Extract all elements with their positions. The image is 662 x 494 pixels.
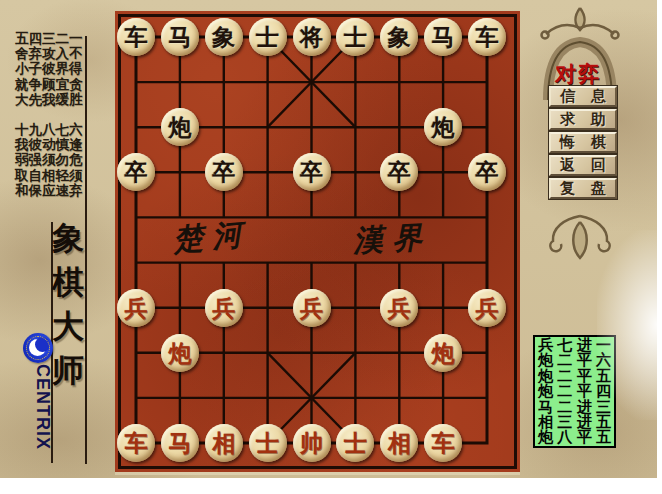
char: 悔 (560, 133, 575, 152)
mode-label-play: 对弈 (551, 60, 601, 88)
book-move-row[interactable]: 炮八平五 (538, 430, 611, 445)
undo-button[interactable]: 悔棋 (549, 132, 617, 153)
char: 舍 (15, 46, 29, 61)
rules-row: 舍弃攻入不 (15, 46, 81, 61)
menu-buttons: 信息求助悔棋返回复盘 (549, 86, 617, 201)
char: 宜 (56, 77, 70, 92)
char: 九 (29, 122, 43, 137)
piece-black-elephant[interactable]: 象 (205, 18, 243, 56)
char: 四 (29, 31, 43, 46)
piece-black-horse[interactable]: 马 (424, 18, 462, 56)
char: 先 (29, 92, 43, 107)
rules-row: 大先我缓胜 (15, 92, 81, 107)
char: 我 (42, 92, 56, 107)
char: 回 (591, 156, 606, 175)
char: 八 (557, 430, 572, 445)
piece-black-chariot[interactable]: 车 (468, 18, 506, 56)
char: 保 (29, 183, 43, 198)
piece-black-chariot[interactable]: 车 (117, 18, 155, 56)
char: 强 (29, 152, 43, 167)
centrix-logo-icon (23, 333, 53, 363)
char: 轻 (56, 168, 70, 183)
char: 五 (596, 430, 611, 445)
rules-row: 弱强须勿危 (15, 152, 81, 167)
piece-black-soldier[interactable]: 卒 (293, 153, 331, 191)
piece-black-soldier[interactable]: 卒 (205, 153, 243, 191)
char: 须 (69, 168, 83, 183)
char: 攻 (42, 46, 56, 61)
rules-row: 十九八七六 (15, 122, 81, 137)
char: 缓 (56, 92, 70, 107)
char: 界 (56, 61, 70, 76)
char: 复 (560, 179, 575, 198)
char: 自 (29, 168, 43, 183)
app-title-xiangqi-master: 象棋大师 (49, 216, 87, 392)
char: 勿 (56, 152, 70, 167)
piece-red-elephant[interactable]: 相 (205, 424, 243, 462)
char: 小 (15, 61, 29, 76)
char: 速 (56, 183, 70, 198)
char: 逢 (69, 137, 83, 152)
char: 我 (15, 137, 29, 152)
piece-red-horse[interactable]: 马 (161, 424, 199, 462)
char: 助 (591, 110, 606, 129)
char: 一 (69, 31, 83, 46)
char: 弃 (69, 183, 83, 198)
char: 危 (69, 152, 83, 167)
char: 息 (591, 87, 606, 106)
char: 五 (15, 31, 29, 46)
piece-red-chariot[interactable]: 车 (424, 424, 462, 462)
char: 子 (29, 61, 43, 76)
char: 弱 (15, 152, 29, 167)
title-char: 大 (49, 304, 87, 348)
char: 就 (15, 77, 29, 92)
char: 八 (42, 122, 56, 137)
rules-row: 五四三二一 (15, 31, 81, 46)
help-button[interactable]: 求助 (549, 109, 617, 130)
char: 炮 (538, 430, 553, 445)
info-button[interactable]: 信息 (549, 86, 617, 107)
logo-ring (26, 336, 50, 360)
rules-row: 就争顾宜贪 (15, 77, 81, 92)
piece-red-chariot[interactable]: 车 (117, 424, 155, 462)
char: 棋 (591, 133, 606, 152)
rules-block-2: 十九八七六我彼动慎逢弱强须勿危取自相轻须和保应速弃 (15, 122, 81, 198)
piece-red-soldier[interactable]: 兵 (117, 289, 155, 327)
river-label-han-jie: 漢界 (352, 217, 432, 262)
char: 不 (69, 46, 83, 61)
rules-row: 取自相轻须 (15, 168, 81, 183)
char: 胜 (69, 92, 83, 107)
piece-red-cannon[interactable]: 炮 (424, 334, 462, 372)
rules-block-1: 五四三二一舍弃攻入不小子彼界得就争顾宜贪大先我缓胜 (15, 31, 81, 107)
char: 弃 (29, 46, 43, 61)
title-char: 象 (49, 216, 87, 260)
char: 争 (29, 77, 43, 92)
xiangqi-board[interactable]: 楚河 漢界 车马象士将士象马车炮炮卒卒卒卒卒兵兵兵兵兵炮炮车马相士帅士相车 (115, 11, 520, 472)
char: 顾 (42, 77, 56, 92)
return-button[interactable]: 返回 (549, 155, 617, 176)
brand-centrix: CENTRIX (29, 364, 53, 468)
right-margin (657, 0, 662, 494)
char: 入 (56, 46, 70, 61)
char: 慎 (56, 137, 70, 152)
char: 得 (69, 61, 83, 76)
piece-black-advisor[interactable]: 士 (249, 18, 287, 56)
char: 十 (15, 122, 29, 137)
char: 贪 (69, 77, 83, 92)
piece-black-horse[interactable]: 马 (161, 18, 199, 56)
char: 二 (56, 31, 70, 46)
char: 三 (42, 31, 56, 46)
xiangqi-master-screen: 五四三二一舍弃攻入不小子彼界得就争顾宜贪大先我缓胜 十九八七六我彼动慎逢弱强须勿… (0, 0, 662, 494)
river-label-chu-he: 楚河 (171, 214, 252, 262)
title-char: 师 (49, 348, 87, 392)
char: 和 (15, 183, 29, 198)
piece-red-advisor[interactable]: 士 (249, 424, 287, 462)
char: 彼 (42, 61, 56, 76)
game-background: 五四三二一舍弃攻入不小子彼界得就争顾宜贪大先我缓胜 十九八七六我彼动慎逢弱强须勿… (0, 0, 657, 478)
mode-label-char: 弈 (578, 60, 599, 88)
char: 平 (577, 430, 592, 445)
char: 返 (560, 156, 575, 175)
char: 六 (69, 122, 83, 137)
piece-black-general[interactable]: 将 (293, 18, 331, 56)
piece-red-soldier[interactable]: 兵 (293, 289, 331, 327)
parchment-fade (597, 230, 657, 420)
char: 须 (42, 152, 56, 167)
piece-red-soldier[interactable]: 兵 (205, 289, 243, 327)
char: 大 (15, 92, 29, 107)
piece-red-general[interactable]: 帅 (293, 424, 331, 462)
char: 求 (560, 110, 575, 129)
char: 彼 (29, 137, 43, 152)
title-char: 棋 (49, 260, 87, 304)
char: 七 (56, 122, 70, 137)
char: 信 (560, 87, 575, 106)
rules-row: 和保应速弃 (15, 183, 81, 198)
rules-row: 小子彼界得 (15, 61, 81, 76)
char: 相 (42, 168, 56, 183)
char: 动 (42, 137, 56, 152)
piece-black-cannon[interactable]: 炮 (161, 108, 199, 146)
bottom-margin (0, 478, 662, 494)
rules-row: 我彼动慎逢 (15, 137, 81, 152)
char: 应 (42, 183, 56, 198)
char: 盘 (591, 179, 606, 198)
piece-red-soldier[interactable]: 兵 (380, 289, 418, 327)
char: 取 (15, 168, 29, 183)
replay-button[interactable]: 复盘 (549, 178, 617, 199)
mode-label-char: 对 (555, 60, 576, 88)
piece-red-soldier[interactable]: 兵 (468, 289, 506, 327)
piece-red-cannon[interactable]: 炮 (161, 334, 199, 372)
